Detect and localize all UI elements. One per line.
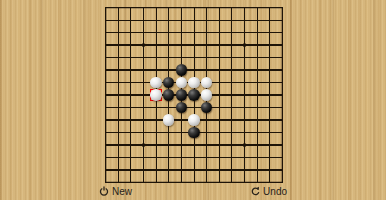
intersection[interactable] — [99, 101, 112, 114]
intersection[interactable] — [124, 39, 137, 52]
intersection[interactable] — [200, 64, 213, 77]
intersection[interactable] — [276, 139, 289, 152]
gomoku-board — [99, 1, 289, 189]
power-icon — [99, 186, 109, 196]
intersection[interactable] — [251, 14, 264, 27]
intersection[interactable] — [213, 101, 226, 114]
intersection[interactable] — [213, 139, 226, 152]
intersection[interactable] — [226, 139, 239, 152]
intersection[interactable] — [99, 1, 112, 14]
intersection[interactable] — [251, 64, 264, 77]
intersection[interactable] — [112, 114, 125, 127]
black-stone — [176, 89, 187, 100]
intersection[interactable] — [137, 164, 150, 177]
intersection[interactable] — [264, 89, 277, 102]
intersection[interactable] — [150, 89, 163, 102]
intersection[interactable] — [251, 89, 264, 102]
intersection[interactable] — [188, 89, 201, 102]
intersection[interactable] — [112, 39, 125, 52]
intersection[interactable] — [226, 126, 239, 139]
intersection[interactable] — [162, 151, 175, 164]
intersection[interactable] — [226, 26, 239, 39]
intersection[interactable] — [124, 126, 137, 139]
intersection[interactable] — [276, 126, 289, 139]
intersection[interactable] — [99, 51, 112, 64]
intersection[interactable] — [226, 39, 239, 52]
intersection[interactable] — [137, 126, 150, 139]
intersection[interactable] — [200, 114, 213, 127]
intersection[interactable] — [188, 76, 201, 89]
intersection[interactable] — [251, 39, 264, 52]
intersection[interactable] — [175, 76, 188, 89]
intersection[interactable] — [213, 114, 226, 127]
intersection[interactable] — [264, 14, 277, 27]
intersection[interactable] — [213, 164, 226, 177]
intersection[interactable] — [137, 89, 150, 102]
intersection[interactable] — [238, 89, 251, 102]
intersection[interactable] — [226, 101, 239, 114]
intersection[interactable] — [137, 51, 150, 64]
intersection[interactable] — [264, 64, 277, 77]
intersection[interactable] — [264, 1, 277, 14]
intersection[interactable] — [124, 64, 137, 77]
intersection[interactable] — [124, 101, 137, 114]
intersection[interactable] — [251, 101, 264, 114]
intersection[interactable] — [112, 126, 125, 139]
intersection[interactable] — [124, 14, 137, 27]
intersection[interactable] — [200, 26, 213, 39]
intersection[interactable] — [276, 101, 289, 114]
intersection[interactable] — [124, 1, 137, 14]
intersection[interactable] — [150, 139, 163, 152]
intersection[interactable] — [276, 151, 289, 164]
white-stone — [163, 114, 174, 125]
black-stone — [188, 89, 199, 100]
intersection[interactable] — [150, 76, 163, 89]
intersection[interactable] — [188, 51, 201, 64]
intersection[interactable] — [188, 39, 201, 52]
undo-button[interactable]: Undo — [250, 185, 287, 198]
gomoku-app: New Undo — [0, 0, 386, 200]
intersection[interactable] — [200, 1, 213, 14]
intersection[interactable] — [264, 114, 277, 127]
intersection[interactable] — [200, 51, 213, 64]
white-stone — [150, 77, 161, 88]
intersection[interactable] — [99, 139, 112, 152]
intersection[interactable] — [150, 64, 163, 77]
intersection[interactable] — [124, 76, 137, 89]
intersection[interactable] — [264, 101, 277, 114]
intersection[interactable] — [112, 101, 125, 114]
undo-label: Undo — [263, 185, 287, 198]
intersection[interactable] — [150, 39, 163, 52]
intersection[interactable] — [112, 1, 125, 14]
black-stone — [163, 77, 174, 88]
intersection[interactable] — [124, 89, 137, 102]
intersection[interactable] — [238, 39, 251, 52]
white-stone — [188, 114, 199, 125]
intersection[interactable] — [226, 76, 239, 89]
intersection[interactable] — [238, 64, 251, 77]
intersection[interactable] — [251, 76, 264, 89]
intersection[interactable] — [213, 126, 226, 139]
intersection[interactable] — [99, 126, 112, 139]
intersection[interactable] — [175, 151, 188, 164]
intersection[interactable] — [264, 76, 277, 89]
star-point — [142, 43, 146, 47]
intersection[interactable] — [137, 151, 150, 164]
intersection[interactable] — [137, 64, 150, 77]
intersection[interactable] — [264, 151, 277, 164]
intersection[interactable] — [213, 76, 226, 89]
intersection[interactable] — [238, 14, 251, 27]
intersection[interactable] — [162, 39, 175, 52]
intersection[interactable] — [188, 26, 201, 39]
intersection[interactable] — [188, 14, 201, 27]
new-game-button[interactable]: New — [99, 185, 132, 198]
intersection[interactable] — [213, 1, 226, 14]
intersection[interactable] — [226, 89, 239, 102]
intersection[interactable] — [137, 39, 150, 52]
intersection[interactable] — [150, 126, 163, 139]
intersection[interactable] — [238, 151, 251, 164]
intersection[interactable] — [99, 39, 112, 52]
intersection[interactable] — [112, 151, 125, 164]
intersection[interactable] — [162, 126, 175, 139]
intersection[interactable] — [162, 101, 175, 114]
intersection[interactable] — [226, 114, 239, 127]
intersection[interactable] — [162, 139, 175, 152]
intersection[interactable] — [276, 89, 289, 102]
intersection[interactable] — [276, 14, 289, 27]
white-stone — [176, 77, 187, 88]
intersection[interactable] — [99, 76, 112, 89]
intersection[interactable] — [226, 1, 239, 14]
star-point — [243, 43, 247, 47]
intersection[interactable] — [124, 151, 137, 164]
intersection[interactable] — [251, 51, 264, 64]
intersection[interactable] — [99, 114, 112, 127]
intersection[interactable] — [226, 164, 239, 177]
intersection[interactable] — [188, 126, 201, 139]
intersection[interactable] — [200, 89, 213, 102]
intersection[interactable] — [188, 164, 201, 177]
intersection[interactable] — [137, 14, 150, 27]
intersection[interactable] — [150, 26, 163, 39]
black-stone — [188, 127, 199, 138]
intersection[interactable] — [175, 39, 188, 52]
intersection[interactable] — [251, 26, 264, 39]
black-stone — [201, 102, 212, 113]
intersection[interactable] — [226, 151, 239, 164]
intersection[interactable] — [226, 14, 239, 27]
intersection[interactable] — [200, 76, 213, 89]
intersection[interactable] — [238, 1, 251, 14]
intersection[interactable] — [251, 139, 264, 152]
white-stone — [150, 89, 161, 100]
intersection[interactable] — [200, 14, 213, 27]
black-stone — [176, 102, 187, 113]
intersection[interactable] — [175, 89, 188, 102]
intersection[interactable] — [175, 114, 188, 127]
intersection[interactable] — [251, 151, 264, 164]
intersection[interactable] — [150, 51, 163, 64]
intersection[interactable] — [162, 89, 175, 102]
intersection[interactable] — [175, 51, 188, 64]
intersection[interactable] — [238, 76, 251, 89]
intersection[interactable] — [112, 64, 125, 77]
intersection[interactable] — [99, 26, 112, 39]
intersection[interactable] — [162, 51, 175, 64]
intersection[interactable] — [213, 26, 226, 39]
white-stone — [201, 89, 212, 100]
intersection[interactable] — [264, 39, 277, 52]
intersection[interactable] — [137, 139, 150, 152]
intersection[interactable] — [124, 51, 137, 64]
intersection[interactable] — [200, 101, 213, 114]
intersection[interactable] — [213, 39, 226, 52]
intersection[interactable] — [238, 51, 251, 64]
intersection[interactable] — [150, 14, 163, 27]
black-stone — [176, 64, 187, 75]
intersection[interactable] — [264, 164, 277, 177]
intersection[interactable] — [238, 101, 251, 114]
intersection[interactable] — [276, 39, 289, 52]
new-game-label: New — [112, 185, 132, 198]
intersection[interactable] — [213, 14, 226, 27]
intersection[interactable] — [238, 126, 251, 139]
intersection[interactable] — [175, 1, 188, 14]
intersection[interactable] — [99, 151, 112, 164]
intersection[interactable] — [99, 64, 112, 77]
intersection[interactable] — [175, 164, 188, 177]
intersection[interactable] — [175, 126, 188, 139]
intersection[interactable] — [276, 76, 289, 89]
intersection[interactable] — [264, 51, 277, 64]
intersection[interactable] — [200, 164, 213, 177]
intersection[interactable] — [124, 139, 137, 152]
intersection[interactable] — [226, 51, 239, 64]
intersection[interactable] — [238, 114, 251, 127]
intersection[interactable] — [188, 139, 201, 152]
intersection[interactable] — [264, 139, 277, 152]
white-stone — [188, 77, 199, 88]
intersection[interactable] — [213, 89, 226, 102]
intersection[interactable] — [162, 164, 175, 177]
intersection[interactable] — [200, 126, 213, 139]
intersection[interactable] — [200, 151, 213, 164]
intersection[interactable] — [213, 151, 226, 164]
intersection[interactable] — [124, 164, 137, 177]
intersection[interactable] — [124, 26, 137, 39]
intersection[interactable] — [276, 164, 289, 177]
intersection[interactable] — [251, 164, 264, 177]
intersection[interactable] — [264, 126, 277, 139]
intersection[interactable] — [137, 114, 150, 127]
intersection[interactable] — [137, 101, 150, 114]
intersection[interactable] — [213, 64, 226, 77]
intersection[interactable] — [112, 26, 125, 39]
undo-icon — [250, 186, 260, 196]
intersection[interactable] — [251, 126, 264, 139]
intersection[interactable] — [112, 14, 125, 27]
intersection[interactable] — [175, 139, 188, 152]
intersection[interactable] — [162, 14, 175, 27]
intersection[interactable] — [238, 26, 251, 39]
intersection[interactable] — [276, 64, 289, 77]
intersection[interactable] — [251, 1, 264, 14]
intersection[interactable] — [162, 1, 175, 14]
intersection[interactable] — [188, 114, 201, 127]
white-stone — [201, 77, 212, 88]
intersection[interactable] — [150, 151, 163, 164]
intersection[interactable] — [226, 64, 239, 77]
intersection[interactable] — [124, 114, 137, 127]
intersection[interactable] — [276, 114, 289, 127]
intersection[interactable] — [137, 26, 150, 39]
intersection[interactable] — [150, 164, 163, 177]
intersection[interactable] — [150, 101, 163, 114]
intersection[interactable] — [112, 164, 125, 177]
intersection[interactable] — [188, 151, 201, 164]
intersection[interactable] — [276, 1, 289, 14]
intersection[interactable] — [99, 14, 112, 27]
intersection[interactable] — [175, 101, 188, 114]
intersection[interactable] — [175, 26, 188, 39]
intersection[interactable] — [162, 76, 175, 89]
intersection[interactable] — [137, 1, 150, 14]
intersection[interactable] — [264, 26, 277, 39]
intersection[interactable] — [213, 51, 226, 64]
intersection[interactable] — [276, 51, 289, 64]
intersection[interactable] — [175, 14, 188, 27]
intersection[interactable] — [188, 101, 201, 114]
intersection[interactable] — [150, 1, 163, 14]
intersection[interactable] — [112, 51, 125, 64]
intersection[interactable] — [112, 139, 125, 152]
intersection[interactable] — [200, 39, 213, 52]
intersection[interactable] — [112, 89, 125, 102]
star-point — [142, 143, 146, 147]
intersection[interactable] — [238, 139, 251, 152]
intersection[interactable] — [188, 1, 201, 14]
intersection[interactable] — [162, 114, 175, 127]
intersection[interactable] — [162, 26, 175, 39]
intersection[interactable] — [200, 139, 213, 152]
intersection[interactable] — [175, 64, 188, 77]
star-point — [243, 143, 247, 147]
intersection[interactable] — [137, 76, 150, 89]
intersection[interactable] — [112, 76, 125, 89]
intersection[interactable] — [162, 64, 175, 77]
intersection[interactable] — [99, 164, 112, 177]
intersection[interactable] — [99, 89, 112, 102]
intersection[interactable] — [238, 164, 251, 177]
intersection[interactable] — [150, 114, 163, 127]
intersection[interactable] — [276, 26, 289, 39]
black-stone — [163, 89, 174, 100]
intersection[interactable] — [251, 114, 264, 127]
intersection[interactable] — [188, 64, 201, 77]
toolbar: New Undo — [99, 185, 287, 198]
